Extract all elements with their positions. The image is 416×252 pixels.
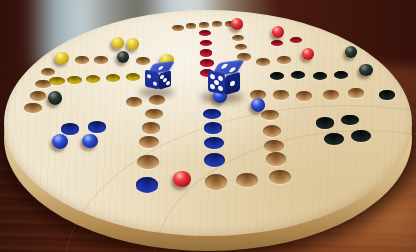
hole-track[interactable] bbox=[94, 56, 108, 63]
hole-home-yellow[interactable] bbox=[49, 77, 64, 86]
hole-start-black[interactable] bbox=[351, 130, 370, 142]
die-pip bbox=[220, 63, 228, 68]
hole-home-blue[interactable] bbox=[203, 109, 221, 120]
hole-track[interactable] bbox=[277, 56, 291, 63]
hole-track[interactable] bbox=[266, 152, 287, 165]
hole-track[interactable] bbox=[264, 140, 284, 153]
die-pip bbox=[230, 80, 235, 86]
die-pip bbox=[166, 80, 170, 85]
marble-yellow[interactable] bbox=[112, 37, 125, 49]
hole-track[interactable] bbox=[142, 122, 161, 133]
hole-track[interactable] bbox=[139, 136, 159, 148]
hole-track[interactable] bbox=[232, 35, 244, 41]
hole-track[interactable] bbox=[296, 91, 312, 100]
hole-track[interactable] bbox=[75, 56, 89, 63]
hole-track[interactable] bbox=[199, 22, 210, 28]
hole-track[interactable] bbox=[35, 80, 50, 89]
hole-track[interactable] bbox=[24, 103, 41, 113]
marble-red[interactable] bbox=[231, 18, 243, 29]
hole-track[interactable] bbox=[30, 91, 46, 100]
hole-track-black[interactable] bbox=[379, 90, 395, 99]
hole-home-blue[interactable] bbox=[204, 153, 225, 167]
hole-track[interactable] bbox=[348, 88, 364, 97]
marble-black[interactable] bbox=[359, 64, 372, 77]
die-face bbox=[145, 69, 159, 89]
hole-track-blue[interactable] bbox=[136, 177, 159, 192]
scene bbox=[0, 0, 416, 252]
die-pip bbox=[210, 83, 215, 89]
die-pip bbox=[147, 73, 151, 78]
die-pip bbox=[228, 67, 236, 72]
hole-track[interactable] bbox=[137, 155, 158, 169]
die-pip bbox=[210, 73, 215, 79]
hole-track[interactable] bbox=[212, 21, 223, 27]
die[interactable] bbox=[207, 60, 241, 101]
hole-track[interactable] bbox=[145, 109, 163, 120]
die-pip bbox=[152, 81, 156, 86]
hole-track[interactable] bbox=[273, 90, 289, 99]
hole-home-red[interactable] bbox=[199, 30, 210, 36]
marble-red[interactable] bbox=[173, 171, 190, 187]
hole-track[interactable] bbox=[172, 25, 183, 31]
die-pip bbox=[214, 79, 219, 85]
marble-blue[interactable] bbox=[251, 98, 266, 112]
hole-home-red[interactable] bbox=[200, 49, 213, 56]
hole-start-blue[interactable] bbox=[61, 123, 80, 135]
hole-home-blue[interactable] bbox=[204, 137, 224, 149]
marble-yellow[interactable] bbox=[127, 38, 140, 50]
hole-track[interactable] bbox=[323, 90, 339, 99]
marble-black[interactable] bbox=[48, 91, 62, 105]
hole-home-yellow[interactable] bbox=[67, 76, 82, 85]
die-pip bbox=[158, 65, 165, 69]
marble-yellow[interactable] bbox=[55, 52, 68, 64]
hole-start-blue[interactable] bbox=[88, 121, 107, 132]
hole-track[interactable] bbox=[126, 97, 143, 107]
hole-track[interactable] bbox=[186, 23, 197, 29]
die[interactable] bbox=[144, 61, 172, 95]
die-face bbox=[159, 70, 171, 89]
hole-start-black[interactable] bbox=[316, 117, 334, 128]
die-pip bbox=[218, 75, 223, 81]
hole-track[interactable] bbox=[205, 174, 228, 189]
hole-track[interactable] bbox=[149, 95, 166, 105]
die-face bbox=[225, 71, 240, 94]
hole-start-black[interactable] bbox=[324, 133, 343, 145]
hole-track[interactable] bbox=[263, 125, 282, 137]
hole-track[interactable] bbox=[256, 58, 270, 66]
die-face bbox=[208, 70, 225, 95]
die-pip bbox=[218, 85, 223, 91]
marble-red[interactable] bbox=[272, 26, 284, 37]
hole-home-blue[interactable] bbox=[204, 122, 223, 133]
hole-track[interactable] bbox=[261, 110, 279, 121]
